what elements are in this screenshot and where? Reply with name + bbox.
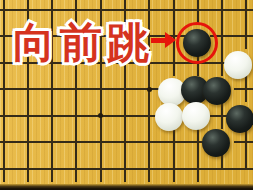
board-intersection[interactable]	[234, 155, 253, 182]
board-intersection[interactable]	[64, 102, 88, 129]
board-intersection[interactable]	[16, 102, 40, 129]
board-intersection[interactable]	[161, 0, 185, 23]
board-intersection[interactable]	[40, 102, 64, 129]
board-intersection[interactable]	[16, 76, 40, 103]
board-intersection[interactable]	[16, 129, 40, 156]
board-intersection[interactable]	[137, 155, 161, 182]
board-intersection[interactable]	[113, 102, 137, 129]
board-intersection[interactable]	[186, 155, 210, 182]
white-stone	[224, 51, 252, 79]
video-frame: 向前跳	[0, 0, 253, 190]
board-intersection[interactable]	[0, 155, 16, 182]
board-intersection[interactable]	[64, 129, 88, 156]
board-intersection[interactable]	[234, 76, 253, 103]
arrow-head	[165, 32, 176, 48]
caption-text: 向前跳	[13, 21, 154, 65]
white-stone	[155, 103, 183, 131]
black-stone	[183, 29, 211, 57]
board-intersection[interactable]	[89, 129, 113, 156]
board-intersection[interactable]	[234, 129, 253, 156]
board-intersection[interactable]	[210, 0, 234, 23]
board-intersection[interactable]	[89, 155, 113, 182]
board-intersection[interactable]	[64, 76, 88, 103]
board-intersection[interactable]	[40, 129, 64, 156]
board-intersection[interactable]	[234, 0, 253, 23]
board-intersection[interactable]	[0, 102, 16, 129]
black-stone	[203, 77, 231, 105]
board-intersection[interactable]	[186, 0, 210, 23]
white-stone	[182, 102, 210, 130]
board-intersection[interactable]	[137, 129, 161, 156]
black-stone	[226, 105, 253, 133]
black-stone	[202, 129, 230, 157]
red-circle-annotation	[176, 22, 218, 64]
board-intersection[interactable]	[64, 155, 88, 182]
board-bottom-edge	[0, 184, 253, 190]
board-intersection[interactable]	[234, 23, 253, 50]
board-intersection[interactable]	[161, 155, 185, 182]
board-intersection[interactable]	[16, 155, 40, 182]
board-intersection[interactable]	[0, 76, 16, 103]
board-intersection[interactable]	[113, 129, 137, 156]
board-intersection[interactable]	[113, 155, 137, 182]
board-intersection[interactable]	[89, 102, 113, 129]
board-intersection[interactable]	[89, 76, 113, 103]
board-intersection[interactable]	[0, 129, 16, 156]
board-intersection[interactable]	[40, 76, 64, 103]
board-intersection[interactable]	[40, 155, 64, 182]
board-intersection[interactable]	[210, 155, 234, 182]
board-intersection[interactable]	[161, 129, 185, 156]
board-intersection[interactable]	[113, 76, 137, 103]
